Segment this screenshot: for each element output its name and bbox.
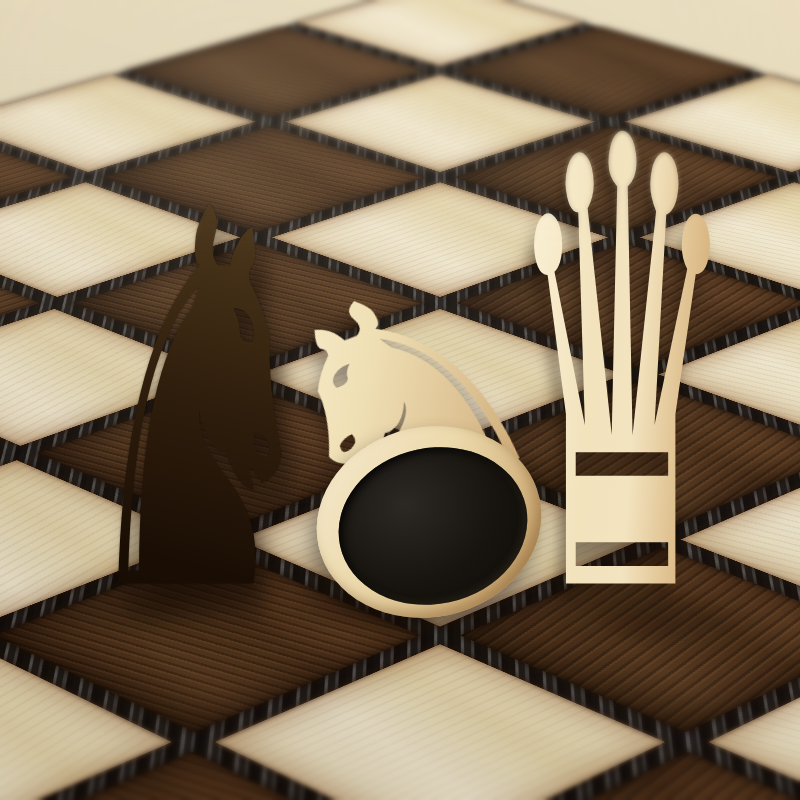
chess-board bbox=[0, 0, 800, 800]
board-grid bbox=[0, 0, 800, 800]
chessboard-photo-stage: ♛ ♞ ♞ bbox=[0, 0, 800, 800]
